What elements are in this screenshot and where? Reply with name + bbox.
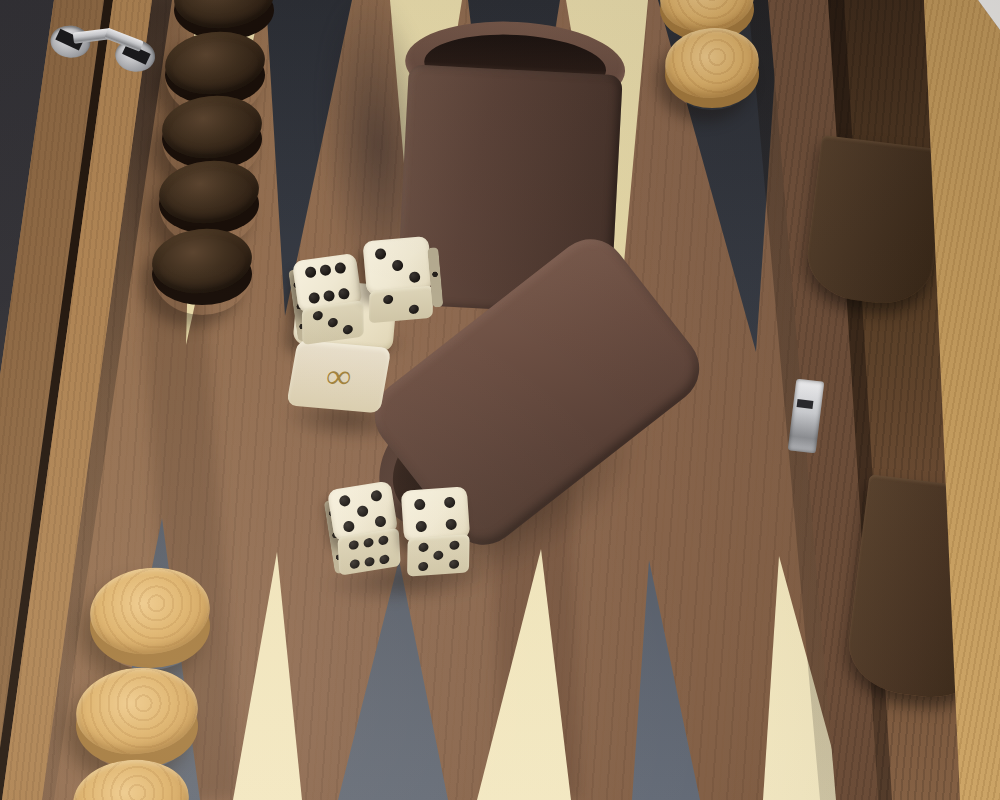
checker-light-bl-1[interactable] bbox=[90, 568, 210, 670]
checker-light-tr-2[interactable] bbox=[665, 28, 759, 110]
checker-light-bl-2[interactable] bbox=[76, 668, 198, 770]
doubling-cube-infinity-symbol: ∞ bbox=[325, 358, 353, 396]
die-front-face bbox=[407, 534, 470, 576]
die-front-face bbox=[337, 528, 400, 576]
checker-dark-5[interactable] bbox=[152, 229, 252, 315]
die-upper-right[interactable] bbox=[362, 235, 447, 327]
doubling-cube-front-face: ∞ bbox=[286, 340, 391, 413]
die-front-face bbox=[302, 300, 364, 345]
die-front-face bbox=[369, 286, 433, 324]
tray-block-upper[interactable] bbox=[803, 135, 948, 309]
checker-light-bl-3[interactable] bbox=[73, 760, 189, 800]
backgammon-photo-scene: 64 ∞ bbox=[0, 0, 1000, 800]
die-lower-right[interactable] bbox=[401, 485, 486, 586]
